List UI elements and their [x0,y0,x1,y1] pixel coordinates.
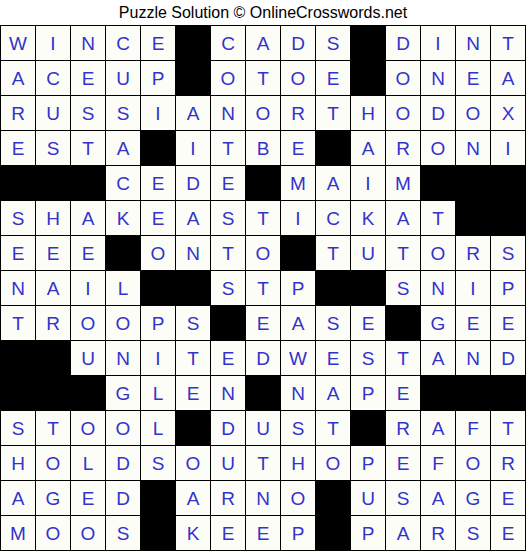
letter-cell: L [141,376,175,410]
letter-cell: P [141,61,175,95]
letter-cell: I [491,131,525,165]
letter-cell: N [176,236,210,270]
letter-cell: D [211,411,245,445]
letter-cell: I [351,166,385,200]
letter-cell: S [1,201,35,235]
black-cell [246,166,280,200]
letter-cell: D [281,26,315,60]
letter-cell: N [246,481,280,515]
letter-cell: U [36,96,70,130]
letter-cell: K [351,201,385,235]
letter-cell: P [281,271,315,305]
letter-cell: O [141,236,175,270]
black-cell [176,271,210,305]
black-cell [141,131,175,165]
black-cell [456,376,490,410]
letter-cell: L [106,271,140,305]
letter-cell: T [316,411,350,445]
letter-cell: T [316,96,350,130]
black-cell [316,131,350,165]
letter-cell: N [456,26,490,60]
letter-cell: O [421,131,455,165]
letter-cell: A [176,481,210,515]
letter-cell: W [281,341,315,375]
letter-cell: R [386,411,420,445]
letter-cell: I [71,271,105,305]
letter-cell: X [491,96,525,130]
black-cell [421,376,455,410]
letter-cell: A [421,341,455,375]
letter-cell: C [36,61,70,95]
letter-cell: E [1,131,35,165]
letter-cell: R [491,446,525,480]
letter-cell: T [36,411,70,445]
black-cell [176,61,210,95]
letter-cell: H [351,96,385,130]
letter-cell: O [36,516,70,550]
letter-cell: S [456,516,490,550]
black-cell [176,26,210,60]
letter-cell: T [386,341,420,375]
letter-cell: E [246,306,280,340]
letter-cell: S [141,446,175,480]
letter-cell: A [281,306,315,340]
letter-cell: M [1,516,35,550]
letter-cell: E [456,61,490,95]
letter-cell: T [316,236,350,270]
black-cell [141,481,175,515]
letter-cell: N [456,341,490,375]
letter-cell: A [386,201,420,235]
letter-cell: I [176,131,210,165]
letter-cell: E [281,131,315,165]
letter-cell: K [106,201,140,235]
letter-cell: C [211,26,245,60]
letter-cell: O [386,61,420,95]
letter-cell: T [71,131,105,165]
letter-cell: E [211,516,245,550]
letter-cell: E [36,236,70,270]
letter-cell: B [246,131,280,165]
letter-cell: E [71,61,105,95]
letter-cell: M [386,166,420,200]
letter-cell: E [456,306,490,340]
letter-cell: O [246,236,280,270]
black-cell [141,516,175,550]
letter-cell: E [211,341,245,375]
letter-cell: N [106,341,140,375]
letter-cell: D [421,96,455,130]
letter-cell: T [176,341,210,375]
black-cell [421,166,455,200]
letter-cell: A [316,166,350,200]
black-cell [456,166,490,200]
letter-cell: P [351,376,385,410]
letter-cell: D [106,446,140,480]
letter-cell: U [106,61,140,95]
letter-cell: O [36,446,70,480]
letter-cell: R [456,236,490,270]
letter-cell: U [211,446,245,480]
letter-cell: L [71,446,105,480]
letter-cell: A [246,26,280,60]
letter-cell: S [211,201,245,235]
black-cell [281,236,315,270]
letter-cell: O [71,306,105,340]
letter-cell: P [141,306,175,340]
letter-cell: I [141,341,175,375]
black-cell [386,306,420,340]
letter-cell: K [176,516,210,550]
letter-cell: E [211,166,245,200]
letter-cell: S [106,516,140,550]
letter-cell: O [316,446,350,480]
page-title: Puzzle Solution © OnlineCrosswords.net [0,0,526,25]
letter-cell: O [456,96,490,130]
black-cell [316,516,350,550]
black-cell [491,201,525,235]
letter-cell: E [491,516,525,550]
letter-cell: R [211,481,245,515]
letter-cell: E [316,61,350,95]
black-cell [491,376,525,410]
black-cell [36,166,70,200]
letter-cell: O [281,481,315,515]
letter-cell: T [211,131,245,165]
letter-cell: E [316,341,350,375]
black-cell [106,236,140,270]
black-cell [36,341,70,375]
letter-cell: S [386,481,420,515]
letter-cell: T [246,271,280,305]
letter-cell: R [281,96,315,130]
letter-cell: N [211,96,245,130]
letter-cell: C [106,166,140,200]
letter-cell: A [1,481,35,515]
letter-cell: F [421,446,455,480]
letter-cell: O [71,411,105,445]
letter-cell: T [421,201,455,235]
letter-cell: I [281,201,315,235]
letter-cell: A [36,271,70,305]
letter-cell: S [351,341,385,375]
letter-cell: S [211,271,245,305]
letter-cell: N [281,376,315,410]
letter-cell: T [211,236,245,270]
letter-cell: H [1,446,35,480]
letter-cell: O [176,446,210,480]
letter-cell: R [386,131,420,165]
letter-cell: O [386,96,420,130]
letter-cell: A [71,201,105,235]
letter-cell: O [456,446,490,480]
letter-cell: M [281,166,315,200]
letter-cell: I [421,26,455,60]
letter-cell: L [141,411,175,445]
black-cell [351,61,385,95]
black-cell [1,341,35,375]
letter-cell: A [351,131,385,165]
letter-cell: E [71,481,105,515]
letter-cell: E [71,236,105,270]
letter-cell: T [246,61,280,95]
black-cell [1,166,35,200]
letter-cell: F [456,411,490,445]
letter-cell: R [36,306,70,340]
letter-cell: E [246,516,280,550]
letter-cell: E [386,446,420,480]
letter-cell: C [316,201,350,235]
black-cell [211,306,245,340]
letter-cell: S [106,96,140,130]
letter-cell: T [491,26,525,60]
letter-cell: A [421,411,455,445]
letter-cell: H [281,446,315,480]
black-cell [246,376,280,410]
letter-cell: T [246,201,280,235]
letter-cell: A [1,61,35,95]
black-cell [351,411,385,445]
letter-cell: D [386,26,420,60]
letter-cell: T [386,236,420,270]
letter-cell: W [1,26,35,60]
letter-cell: E [141,166,175,200]
letter-cell: R [1,96,35,130]
letter-cell: S [36,131,70,165]
letter-cell: A [421,481,455,515]
letter-cell: T [246,446,280,480]
letter-cell: O [246,96,280,130]
letter-cell: N [71,26,105,60]
black-cell [71,166,105,200]
letter-cell: E [351,306,385,340]
letter-cell: S [176,306,210,340]
black-cell [351,271,385,305]
letter-cell: U [71,341,105,375]
letter-cell: I [36,26,70,60]
letter-cell: O [421,236,455,270]
letter-cell: A [316,376,350,410]
letter-cell: S [316,306,350,340]
letter-cell: T [1,306,35,340]
letter-cell: S [281,411,315,445]
letter-cell: G [106,376,140,410]
letter-cell: S [491,236,525,270]
letter-cell: P [281,516,315,550]
letter-cell: P [351,446,385,480]
letter-cell: P [491,271,525,305]
letter-cell: T [491,411,525,445]
letter-cell: N [421,61,455,95]
letter-cell: I [141,96,175,130]
black-cell [491,166,525,200]
letter-cell: G [421,306,455,340]
letter-cell: U [351,481,385,515]
letter-cell: S [386,271,420,305]
letter-cell: O [71,516,105,550]
letter-cell: H [36,201,70,235]
letter-cell: A [176,201,210,235]
letter-cell: E [141,26,175,60]
letter-cell: E [141,201,175,235]
letter-cell: N [211,376,245,410]
black-cell [1,376,35,410]
letter-cell: S [71,96,105,130]
black-cell [456,201,490,235]
letter-cell: D [491,341,525,375]
letter-cell: E [1,236,35,270]
letter-cell: D [106,481,140,515]
black-cell [71,376,105,410]
letter-cell: I [456,271,490,305]
letter-cell: P [351,516,385,550]
letter-cell: U [351,236,385,270]
letter-cell: O [281,61,315,95]
letter-cell: R [421,516,455,550]
letter-cell: N [1,271,35,305]
letter-cell: G [456,481,490,515]
letter-cell: A [491,61,525,95]
black-cell [141,271,175,305]
letter-cell: D [246,341,280,375]
letter-cell: A [386,516,420,550]
letter-cell: U [246,411,280,445]
letter-cell: N [421,271,455,305]
letter-cell: C [106,26,140,60]
black-cell [176,411,210,445]
letter-cell: D [176,166,210,200]
letter-cell: A [106,131,140,165]
black-cell [351,26,385,60]
letter-cell: E [176,376,210,410]
letter-cell: E [491,481,525,515]
letter-cell: N [456,131,490,165]
crossword-grid: WINCECADSDINTACEUPOTOEONEARUSSIANORTHODO… [0,25,526,551]
letter-cell: E [386,376,420,410]
letter-cell: S [1,411,35,445]
letter-cell: G [36,481,70,515]
letter-cell: A [176,96,210,130]
black-cell [316,481,350,515]
black-cell [36,376,70,410]
black-cell [316,271,350,305]
letter-cell: O [211,61,245,95]
letter-cell: E [491,306,525,340]
letter-cell: O [106,306,140,340]
letter-cell: O [106,411,140,445]
letter-cell: S [316,26,350,60]
